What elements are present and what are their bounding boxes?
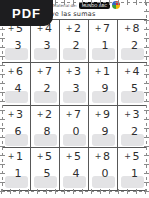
bottom-addend: 1 xyxy=(102,39,109,52)
plus-sign: + xyxy=(124,152,131,162)
top-addend: 2 xyxy=(73,24,83,34)
bottom-addend: 9 xyxy=(102,125,109,138)
plus-sign: + xyxy=(8,110,15,120)
plus-sign: + xyxy=(66,110,73,120)
problem-cell: +80 xyxy=(89,148,118,191)
problem-cell: +11 xyxy=(2,148,31,191)
top-addend: 5 xyxy=(73,152,83,162)
addition-problem: +64 xyxy=(8,67,25,88)
problem-cell: +72 xyxy=(31,63,60,106)
addition-problem: +33 xyxy=(66,67,83,88)
addition-problem: +19 xyxy=(95,67,112,88)
addition-problem: +28 xyxy=(37,110,54,131)
plus-sign: + xyxy=(37,152,44,162)
material-label: Material de: xyxy=(53,3,77,8)
problem-cell: +51 xyxy=(118,148,147,191)
problem-cell: +70 xyxy=(60,106,89,149)
addition-problem: +32 xyxy=(124,110,141,131)
addition-problem: +51 xyxy=(124,152,141,173)
top-addend: 6 xyxy=(15,67,25,77)
problem-cell: +28 xyxy=(31,106,60,149)
top-addend: 7 xyxy=(102,24,112,34)
top-addend: 1 xyxy=(102,67,112,77)
bottom-addend: 6 xyxy=(15,125,22,138)
bottom-addend: 3 xyxy=(15,39,22,52)
bottom-addend: 2 xyxy=(44,82,51,95)
bottom-addend: 3 xyxy=(44,39,51,52)
plus-sign: + xyxy=(8,152,15,162)
bottom-addend: 2 xyxy=(131,39,138,52)
top-addend: 9 xyxy=(102,110,112,120)
bottom-addend: 0 xyxy=(73,125,80,138)
problem-cell: +33 xyxy=(60,63,89,106)
top-addend: 3 xyxy=(15,110,25,120)
plus-sign: + xyxy=(8,67,15,77)
problems-grid: +53+43+22+71+82+64+72+33+19+45+36+28+70+… xyxy=(2,19,147,191)
top-addend: 7 xyxy=(73,110,83,120)
top-addend: 5 xyxy=(44,152,54,162)
problem-cell: +99 xyxy=(89,106,118,149)
brand-badge: MUNDO ABC xyxy=(79,2,110,9)
addition-problem: +71 xyxy=(95,24,112,45)
problem-cell: +32 xyxy=(118,106,147,149)
plus-sign: + xyxy=(124,67,131,77)
top-addend: 1 xyxy=(15,152,25,162)
top-addend: 8 xyxy=(131,24,141,34)
bottom-addend: 2 xyxy=(73,39,80,52)
problem-cell: +19 xyxy=(89,63,118,106)
plus-sign: + xyxy=(37,67,44,77)
plus-sign: + xyxy=(37,110,44,120)
bottom-addend: 9 xyxy=(102,82,109,95)
plus-sign: + xyxy=(66,24,73,34)
pinwheel-logo-icon xyxy=(112,1,120,9)
bottom-addend: 1 xyxy=(15,167,22,180)
bottom-addend: 0 xyxy=(102,167,109,180)
addition-problem: +22 xyxy=(66,24,83,45)
top-addend: 3 xyxy=(73,67,83,77)
brand-line: Material de: MUNDO ABC xyxy=(53,1,120,9)
addition-problem: +80 xyxy=(95,152,112,173)
addition-problem: +54 xyxy=(66,152,83,173)
addition-problem: +82 xyxy=(124,24,141,45)
plus-sign: + xyxy=(95,152,102,162)
top-addend: 8 xyxy=(102,152,112,162)
addition-problem: +43 xyxy=(37,24,54,45)
addition-problem: +55 xyxy=(37,152,54,173)
addition-problem: +45 xyxy=(124,67,141,88)
bottom-addend: 1 xyxy=(131,167,138,180)
addition-problem: +36 xyxy=(8,110,25,131)
problem-cell: +45 xyxy=(118,63,147,106)
problem-cell: +55 xyxy=(31,148,60,191)
plus-sign: + xyxy=(95,67,102,77)
bottom-addend: 3 xyxy=(73,82,80,95)
top-addend: 3 xyxy=(131,110,141,120)
pdf-badge: PDF xyxy=(0,0,53,26)
worksheet-page: Material de: MUNDO ABC Resuelve las suma… xyxy=(0,0,149,198)
addition-problem: +53 xyxy=(8,24,25,45)
top-addend: 5 xyxy=(131,152,141,162)
plus-sign: + xyxy=(66,67,73,77)
plus-sign: + xyxy=(66,152,73,162)
addition-problem: +99 xyxy=(95,110,112,131)
problem-cell: +64 xyxy=(2,63,31,106)
problem-cell: +54 xyxy=(60,148,89,191)
plus-sign: + xyxy=(95,110,102,120)
bottom-addend: 8 xyxy=(44,125,51,138)
top-addend: 4 xyxy=(131,67,141,77)
plus-sign: + xyxy=(124,110,131,120)
addition-problem: +11 xyxy=(8,152,25,173)
top-addend: 2 xyxy=(44,110,54,120)
problem-cell: +71 xyxy=(89,20,118,63)
bottom-addend: 5 xyxy=(131,82,138,95)
addition-problem: +70 xyxy=(66,110,83,131)
problem-cell: +36 xyxy=(2,106,31,149)
bottom-addend: 4 xyxy=(73,167,80,180)
top-addend: 7 xyxy=(44,67,54,77)
bottom-addend: 4 xyxy=(15,82,22,95)
plus-sign: + xyxy=(124,24,131,34)
problem-cell: +43 xyxy=(31,20,60,63)
problem-cell: +22 xyxy=(60,20,89,63)
problem-cell: +53 xyxy=(2,20,31,63)
bottom-addend: 2 xyxy=(131,125,138,138)
bottom-addend: 5 xyxy=(44,167,51,180)
addition-problem: +72 xyxy=(37,67,54,88)
problem-cell: +82 xyxy=(118,20,147,63)
plus-sign: + xyxy=(95,24,102,34)
